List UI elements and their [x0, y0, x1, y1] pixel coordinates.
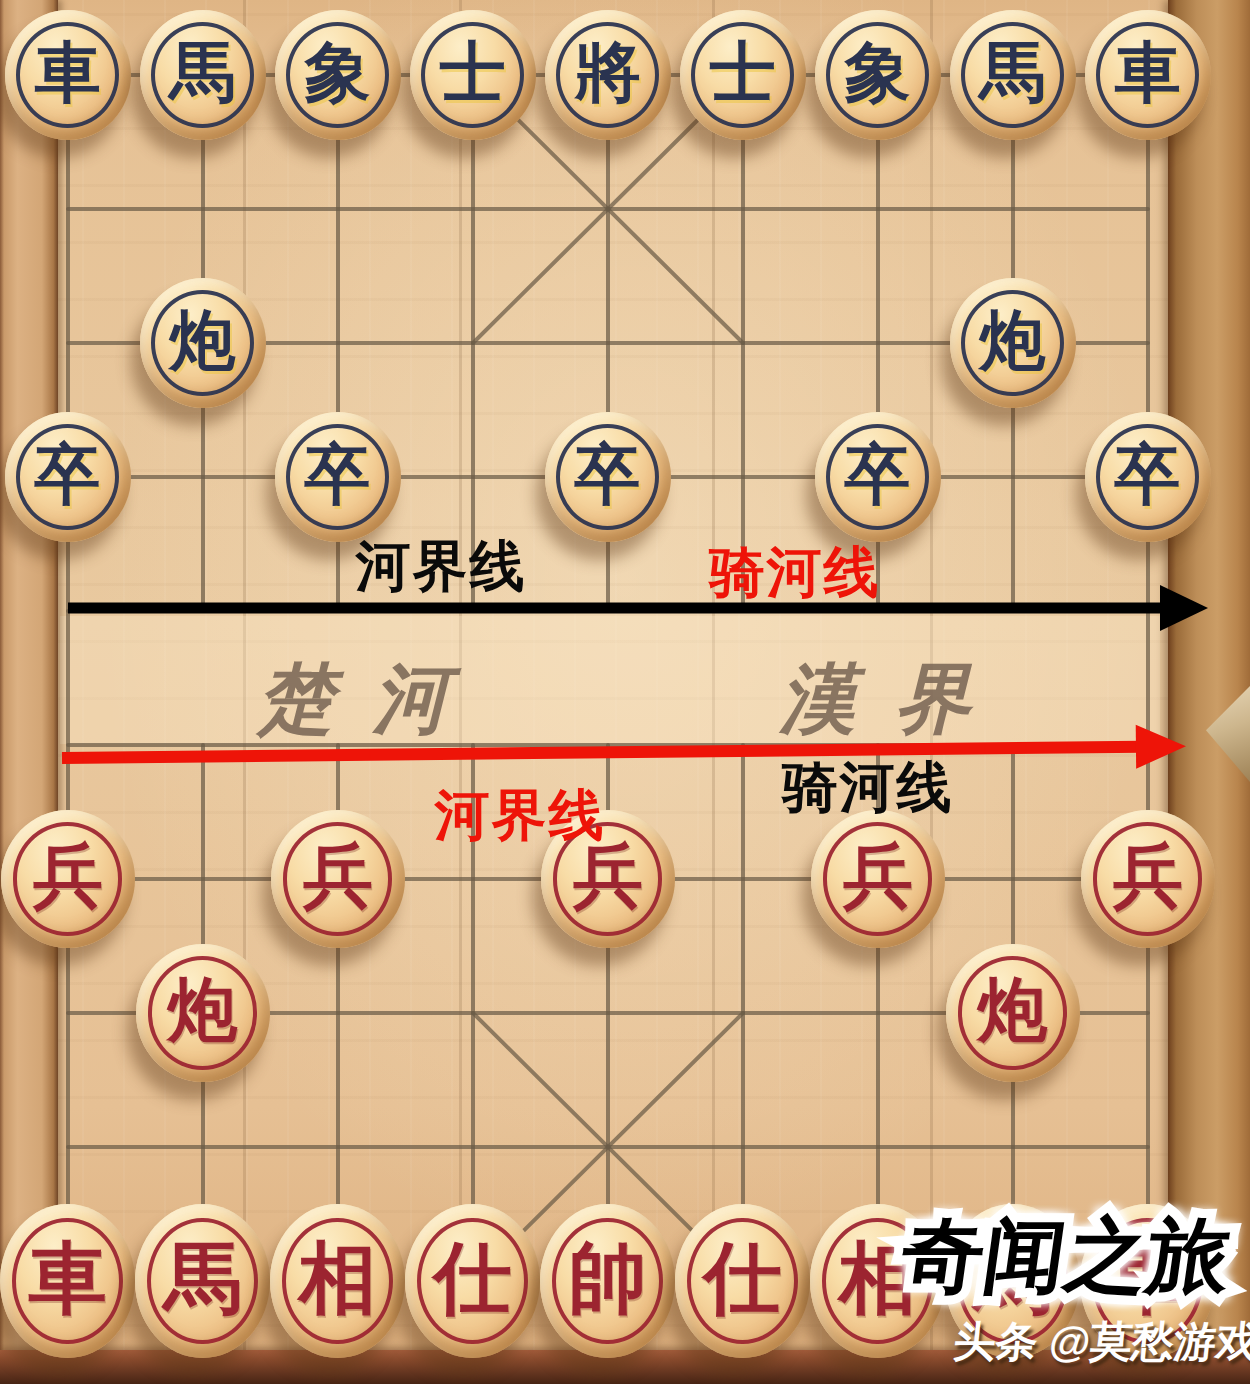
board-cell: 象: [810, 8, 945, 142]
board-cell: 炮: [945, 946, 1080, 1080]
board-cell: 炮: [135, 276, 270, 410]
board-cell: 車: [0, 8, 135, 142]
board-cell: 士: [405, 8, 540, 142]
piece-black-soldier[interactable]: 卒: [815, 412, 941, 542]
piece-black-elephant[interactable]: 象: [275, 10, 401, 140]
piece-glyph: 將: [545, 10, 671, 140]
piece-black-horse[interactable]: 馬: [140, 10, 266, 140]
piece-glyph: 馬: [135, 1204, 270, 1358]
piece-glyph: 兵: [811, 810, 945, 948]
piece-black-advisor[interactable]: 士: [680, 10, 806, 140]
piece-black-chariot[interactable]: 車: [5, 10, 131, 140]
label-river-boundary-top: 河界线: [356, 530, 527, 604]
piece-glyph: 炮: [946, 944, 1080, 1082]
board-cell: 卒: [1080, 410, 1215, 544]
board-cell: 卒: [540, 410, 675, 544]
piece-black-elephant[interactable]: 象: [815, 10, 941, 140]
piece-red-cannon[interactable]: 炮: [136, 944, 270, 1082]
piece-glyph: 兵: [1, 810, 135, 948]
piece-glyph: 車: [5, 10, 131, 140]
board-cell: 馬: [135, 1214, 270, 1348]
label-riding-river-top: 骑河线: [710, 536, 881, 610]
piece-glyph: 仕: [405, 1204, 540, 1358]
piece-red-soldier[interactable]: 兵: [811, 810, 945, 948]
piece-glyph: 車: [1085, 10, 1211, 140]
label-river-boundary-bottom: 河界线: [435, 779, 606, 853]
piece-glyph: 卒: [275, 412, 401, 542]
piece-black-soldier[interactable]: 卒: [545, 412, 671, 542]
board-cell: 炮: [135, 946, 270, 1080]
piece-black-chariot[interactable]: 車: [1085, 10, 1211, 140]
board-cell: 車: [0, 1214, 135, 1348]
piece-glyph: 車: [0, 1204, 135, 1358]
piece-glyph: 炮: [950, 278, 1076, 408]
piece-red-elephant[interactable]: 相: [270, 1204, 405, 1358]
piece-black-horse[interactable]: 馬: [950, 10, 1076, 140]
piece-red-chariot[interactable]: 車: [0, 1204, 135, 1358]
board-cell: 卒: [270, 410, 405, 544]
piece-glyph: 象: [815, 10, 941, 140]
piece-red-horse[interactable]: 馬: [135, 1204, 270, 1358]
black-arrow-head-icon: [1160, 585, 1208, 631]
board-cell: 兵: [270, 812, 405, 946]
red-arrow-head-icon: [1136, 724, 1186, 769]
board-cell: 士: [675, 8, 810, 142]
board-cell: 馬: [135, 8, 270, 142]
black-arrow-shaft: [68, 603, 1166, 614]
red-arrow-shaft: [62, 741, 1142, 764]
board-cell: 兵: [1080, 812, 1215, 946]
board-cell: 兵: [0, 812, 135, 946]
piece-red-soldier[interactable]: 兵: [1, 810, 135, 948]
logo-text: 奇闻之旅: [896, 1210, 1237, 1301]
piece-black-general[interactable]: 將: [545, 10, 671, 140]
board-cell: 兵: [810, 812, 945, 946]
piece-black-soldier[interactable]: 卒: [5, 412, 131, 542]
piece-black-advisor[interactable]: 士: [410, 10, 536, 140]
piece-glyph: 炮: [136, 944, 270, 1082]
piece-black-cannon[interactable]: 炮: [950, 278, 1076, 408]
piece-glyph: 兵: [271, 810, 405, 948]
piece-red-advisor[interactable]: 仕: [405, 1204, 540, 1358]
board-cell: 炮: [945, 276, 1080, 410]
piece-glyph: 卒: [1085, 412, 1211, 542]
piece-glyph: 士: [410, 10, 536, 140]
piece-red-soldier[interactable]: 兵: [1081, 810, 1215, 948]
piece-black-cannon[interactable]: 炮: [140, 278, 266, 408]
piece-glyph: 相: [270, 1204, 405, 1358]
piece-red-advisor[interactable]: 仕: [675, 1204, 810, 1358]
piece-glyph: 帥: [540, 1204, 675, 1358]
board-cell: 相: [270, 1214, 405, 1348]
xiangqi-screenshot: 車馬象士將士象馬車炮炮卒卒卒卒卒兵兵兵兵兵炮炮車馬相仕帥仕相馬車 楚 河 漢 界…: [0, 0, 1250, 1384]
board-cell: 卒: [0, 410, 135, 544]
xiangqi-board: 車馬象士將士象馬車炮炮卒卒卒卒卒兵兵兵兵兵炮炮車馬相仕帥仕相馬車: [0, 8, 1215, 1348]
piece-glyph: 炮: [140, 278, 266, 408]
black-river-boundary-arrow: [68, 585, 1208, 631]
piece-glyph: 卒: [5, 412, 131, 542]
piece-glyph: 士: [680, 10, 806, 140]
logo-qiwen-zhilv: 奇闻之旅 奇闻之旅: [894, 1202, 1237, 1312]
piece-black-soldier[interactable]: 卒: [1085, 412, 1211, 542]
piece-glyph: 仕: [675, 1204, 810, 1358]
board-cell: 車: [1080, 8, 1215, 142]
piece-red-soldier[interactable]: 兵: [271, 810, 405, 948]
piece-glyph: 馬: [140, 10, 266, 140]
board-cell: 仕: [675, 1214, 810, 1348]
piece-glyph: 卒: [815, 412, 941, 542]
board-cell: 帥: [540, 1214, 675, 1348]
board-cell: 將: [540, 8, 675, 142]
piece-glyph: 卒: [545, 412, 671, 542]
board-cell: 馬: [945, 8, 1080, 142]
watermark-toutiao: 头条 @莫愁游戏: [951, 1314, 1250, 1370]
piece-red-general[interactable]: 帥: [540, 1204, 675, 1358]
label-riding-river-bottom: 骑河线: [783, 751, 954, 825]
board-cell: 象: [270, 8, 405, 142]
piece-black-soldier[interactable]: 卒: [275, 412, 401, 542]
piece-red-cannon[interactable]: 炮: [946, 944, 1080, 1082]
board-cell: 卒: [810, 410, 945, 544]
board-cell: 仕: [405, 1214, 540, 1348]
piece-glyph: 象: [275, 10, 401, 140]
piece-glyph: 馬: [950, 10, 1076, 140]
piece-glyph: 兵: [1081, 810, 1215, 948]
